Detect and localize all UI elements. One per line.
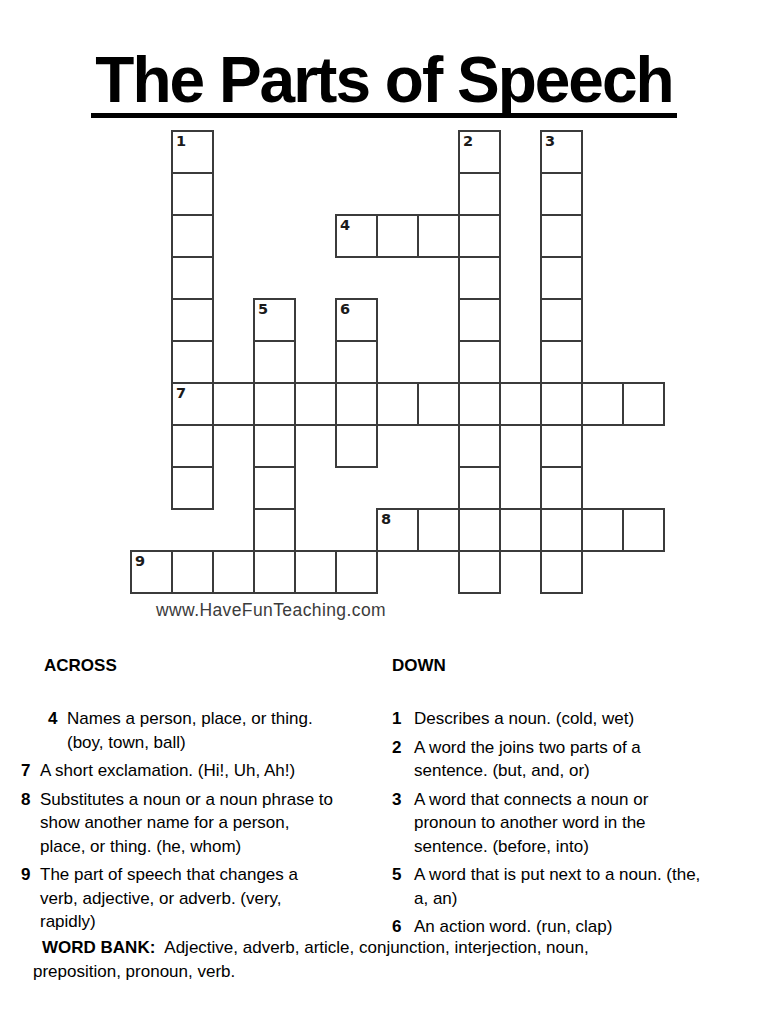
grid-cell [540,550,583,594]
site-credit: www.HaveFunTeaching.com [156,600,386,621]
word-bank: WORD BANK:Adjective, adverb, article, co… [33,936,748,984]
grid-cell [540,382,583,426]
grid-cell [171,298,214,342]
clue: 6An action word. (run, clap) [392,915,766,939]
grid-cell [171,214,214,258]
grid-cell [540,466,583,510]
clue: 4Names a person, place, or thing. (boy, … [48,707,385,754]
grid-cell [335,382,378,426]
word-bank-line: WORD BANK:Adjective, adverb, article, co… [33,936,748,960]
grid-cell [212,550,255,594]
grid-cell [540,424,583,468]
across-header: ACROSS [44,656,385,676]
clue-text: A word that is put next to a noun. (the,… [414,863,766,910]
clue-number: 8 [21,788,40,859]
cell-clue-number: 4 [340,217,350,234]
grid-cell [253,550,296,594]
clue-text: The part of speech that changes a verb, … [40,863,385,934]
clue-number: 4 [48,707,67,754]
crossword-grid: 123456789 [130,130,667,596]
grid-cell [458,424,501,468]
clue-number: 2 [392,736,414,783]
grid-cell [417,214,460,258]
title-bar: The Parts of Speech [0,49,768,118]
across-clue-list: 4Names a person, place, or thing. (boy, … [21,707,385,934]
grid-cell [335,424,378,468]
grid-cell [458,256,501,300]
grid-cell [253,508,296,552]
grid-cell [376,214,419,258]
clue: 2A word the joins two parts of a sentenc… [392,736,766,783]
cell-clue-number: 8 [381,511,391,528]
clue-number: 9 [21,863,40,934]
word-bank-words: Adjective, adverb, article, conjunction,… [164,938,588,957]
grid-cell [458,298,501,342]
grid-cell [540,172,583,216]
clue: 9The part of speech that changes a verb,… [21,863,385,934]
clue: 8Substitutes a noun or a noun phrase to … [21,788,385,859]
grid-cell [458,172,501,216]
clue-text: Names a person, place, or thing. (boy, t… [67,707,385,754]
grid-cell [335,550,378,594]
word-bank-line: preposition, pronoun, verb. [33,960,748,984]
grid-cell [294,382,337,426]
grid-cell [171,340,214,384]
grid-cell: 5 [253,298,296,342]
grid-cell [540,508,583,552]
grid-cell [253,466,296,510]
grid-cell [335,340,378,384]
cell-clue-number: 3 [545,133,555,150]
clue-text: Substitutes a noun or a noun phrase to s… [40,788,385,859]
grid-cell: 1 [171,130,214,174]
grid-cell [540,214,583,258]
grid-cell [581,508,624,552]
down-header: DOWN [392,656,766,676]
cell-clue-number: 2 [463,133,473,150]
cell-clue-number: 5 [258,301,268,318]
cell-clue-number: 9 [135,553,145,570]
clue-number: 6 [392,915,414,939]
cell-clue-number: 6 [340,301,350,318]
grid-cell [171,466,214,510]
grid-cell [540,256,583,300]
grid-cell: 3 [540,130,583,174]
grid-cell [458,550,501,594]
grid-cell: 7 [171,382,214,426]
grid-cell [417,508,460,552]
clue-text: A short exclamation. (Hi!, Uh, Ah!) [40,759,385,783]
grid-cell [540,340,583,384]
grid-cell [253,382,296,426]
clue-text: A word that connects a noun or pronoun t… [414,788,766,859]
cell-clue-number: 7 [176,385,186,402]
clue-text: An action word. (run, clap) [414,915,766,939]
clue: 5A word that is put next to a noun. (the… [392,863,766,910]
clue: 7A short exclamation. (Hi!, Uh, Ah!) [21,759,385,783]
grid-cell [458,214,501,258]
grid-cell [171,256,214,300]
grid-cell: 9 [130,550,173,594]
clue-text: Describes a noun. (cold, wet) [414,707,766,731]
grid-cell [458,508,501,552]
grid-cell [540,298,583,342]
grid-cell [253,424,296,468]
grid-cell [171,550,214,594]
grid-cell [458,340,501,384]
cell-clue-number: 1 [176,133,186,150]
clue-number: 5 [392,863,414,910]
down-clue-list: 1Describes a noun. (cold, wet)2A word th… [392,707,766,939]
grid-cell [622,508,665,552]
clue-number: 3 [392,788,414,859]
clue-text: A word the joins two parts of a sentence… [414,736,766,783]
across-clues-section: ACROSS 4Names a person, place, or thing.… [21,656,385,939]
clue-number: 1 [392,707,414,731]
grid-cell [417,382,460,426]
grid-cell [253,340,296,384]
grid-cell [171,172,214,216]
grid-cell [581,382,624,426]
grid-cell [171,424,214,468]
grid-cell [458,382,501,426]
clue: 3A word that connects a noun or pronoun … [392,788,766,859]
grid-cell: 4 [335,214,378,258]
grid-cell [622,382,665,426]
grid-cell [212,382,255,426]
grid-cell [376,382,419,426]
word-bank-label: WORD BANK: [42,938,155,957]
page-title: The Parts of Speech [91,49,676,118]
clue-number: 7 [21,759,40,783]
grid-cell [499,508,542,552]
grid-cell [499,382,542,426]
down-clues-section: DOWN 1Describes a noun. (cold, wet)2A wo… [392,656,766,944]
clue: 1Describes a noun. (cold, wet) [392,707,766,731]
grid-cell: 8 [376,508,419,552]
grid-cell: 2 [458,130,501,174]
grid-cell: 6 [335,298,378,342]
grid-cell [458,466,501,510]
grid-cell [294,550,337,594]
